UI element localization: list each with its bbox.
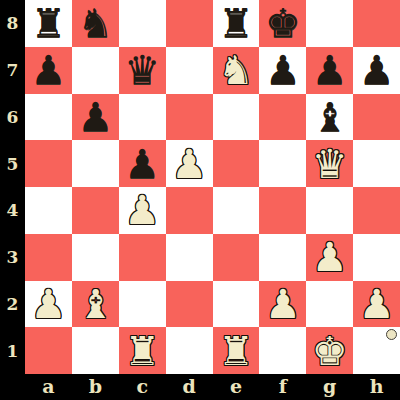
piece-white-rook[interactable]: ♜ [124,331,160,371]
rank-labels: 87654321 [0,0,25,374]
rank-label-1: 1 [0,327,25,374]
square-g2[interactable] [306,281,353,328]
square-f8[interactable]: ♚ [259,0,306,47]
square-d3[interactable] [166,234,213,281]
square-h7[interactable]: ♟ [353,47,400,94]
square-a6[interactable] [25,94,72,141]
piece-black-pawn[interactable]: ♟ [265,50,301,90]
white-to-move-indicator [386,329,397,340]
square-h3[interactable] [353,234,400,281]
square-d6[interactable] [166,94,213,141]
square-c5[interactable]: ♟ [119,140,166,187]
square-c2[interactable] [119,281,166,328]
square-e2[interactable] [213,281,260,328]
rank-label-3: 3 [0,234,25,281]
square-b6[interactable]: ♟ [72,94,119,141]
piece-black-pawn[interactable]: ♟ [31,50,67,90]
square-b2[interactable]: ♝ [72,281,119,328]
piece-black-pawn[interactable]: ♟ [312,50,348,90]
piece-black-king[interactable]: ♚ [265,3,301,43]
square-d2[interactable] [166,281,213,328]
square-b4[interactable] [72,187,119,234]
file-label-d: d [166,374,213,400]
square-f6[interactable] [259,94,306,141]
square-e6[interactable] [213,94,260,141]
piece-white-knight[interactable]: ♞ [218,50,254,90]
square-b1[interactable] [72,327,119,374]
piece-white-pawn[interactable]: ♟ [359,284,395,324]
file-label-c: c [119,374,166,400]
square-a1[interactable] [25,327,72,374]
file-label-a: a [25,374,72,400]
piece-white-bishop[interactable]: ♝ [77,284,113,324]
rank-label-5: 5 [0,140,25,187]
square-b3[interactable] [72,234,119,281]
square-e1[interactable]: ♜ [213,327,260,374]
square-f1[interactable] [259,327,306,374]
piece-white-pawn[interactable]: ♟ [312,237,348,277]
square-a4[interactable] [25,187,72,234]
file-label-b: b [72,374,119,400]
square-f5[interactable] [259,140,306,187]
square-g6[interactable]: ♝ [306,94,353,141]
piece-black-pawn[interactable]: ♟ [124,144,160,184]
piece-white-pawn[interactable]: ♟ [31,284,67,324]
piece-white-king[interactable]: ♚ [312,331,348,371]
square-c3[interactable] [119,234,166,281]
file-labels: abcdefgh [25,374,400,400]
square-e7[interactable]: ♞ [213,47,260,94]
piece-black-rook[interactable]: ♜ [31,3,67,43]
square-d4[interactable] [166,187,213,234]
square-a5[interactable] [25,140,72,187]
square-g7[interactable]: ♟ [306,47,353,94]
square-c1[interactable]: ♜ [119,327,166,374]
piece-white-pawn[interactable]: ♟ [265,284,301,324]
piece-black-queen[interactable]: ♛ [124,50,160,90]
rank-label-8: 8 [0,0,25,47]
square-h5[interactable] [353,140,400,187]
square-e5[interactable] [213,140,260,187]
square-h2[interactable]: ♟ [353,281,400,328]
square-g4[interactable] [306,187,353,234]
square-b5[interactable] [72,140,119,187]
square-e8[interactable]: ♜ [213,0,260,47]
square-a3[interactable] [25,234,72,281]
square-h4[interactable] [353,187,400,234]
square-b8[interactable]: ♞ [72,0,119,47]
square-c4[interactable]: ♟ [119,187,166,234]
square-e3[interactable] [213,234,260,281]
rank-label-7: 7 [0,47,25,94]
piece-black-rook[interactable]: ♜ [218,3,254,43]
square-g5[interactable]: ♛ [306,140,353,187]
piece-white-pawn[interactable]: ♟ [124,190,160,230]
square-f2[interactable]: ♟ [259,281,306,328]
piece-white-queen[interactable]: ♛ [312,144,348,184]
chess-board: ♜♞♜♚♟♛♞♟♟♟♟♝♟♟♛♟♟♟♝♟♟♜♜♚ [25,0,400,374]
square-d7[interactable] [166,47,213,94]
piece-black-knight[interactable]: ♞ [77,3,113,43]
file-label-g: g [306,374,353,400]
square-h6[interactable] [353,94,400,141]
square-f4[interactable] [259,187,306,234]
square-g3[interactable]: ♟ [306,234,353,281]
square-h8[interactable] [353,0,400,47]
square-f7[interactable]: ♟ [259,47,306,94]
piece-white-rook[interactable]: ♜ [218,331,254,371]
square-c7[interactable]: ♛ [119,47,166,94]
square-c6[interactable] [119,94,166,141]
piece-black-pawn[interactable]: ♟ [77,97,113,137]
rank-label-6: 6 [0,94,25,141]
rank-label-4: 4 [0,187,25,234]
square-d5[interactable]: ♟ [166,140,213,187]
piece-black-pawn[interactable]: ♟ [359,50,395,90]
rank-label-2: 2 [0,281,25,328]
square-g1[interactable]: ♚ [306,327,353,374]
square-d8[interactable] [166,0,213,47]
file-label-e: e [213,374,260,400]
square-a7[interactable]: ♟ [25,47,72,94]
square-f3[interactable] [259,234,306,281]
piece-white-pawn[interactable]: ♟ [171,144,207,184]
square-g8[interactable] [306,0,353,47]
square-c8[interactable] [119,0,166,47]
square-d1[interactable] [166,327,213,374]
square-a8[interactable]: ♜ [25,0,72,47]
square-b7[interactable] [72,47,119,94]
file-label-h: h [353,374,400,400]
square-e4[interactable] [213,187,260,234]
file-label-f: f [259,374,306,400]
chess-diagram: 87654321 ♜♞♜♚♟♛♞♟♟♟♟♝♟♟♛♟♟♟♝♟♟♜♜♚ abcdef… [0,0,400,400]
square-a2[interactable]: ♟ [25,281,72,328]
piece-black-bishop[interactable]: ♝ [312,97,348,137]
